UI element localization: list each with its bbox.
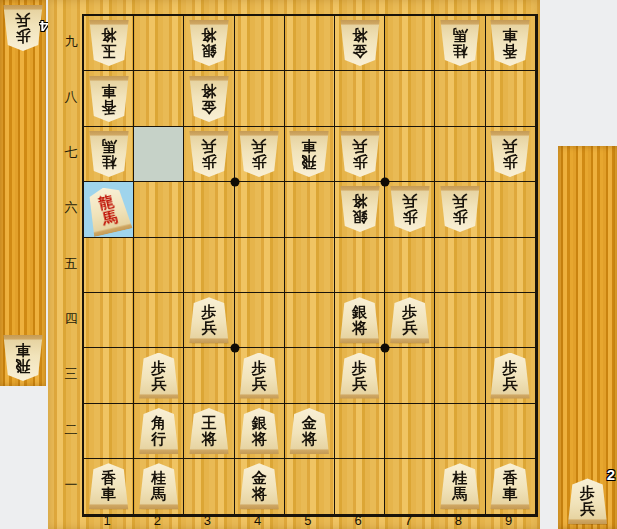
piece-kanji: 銀 bbox=[352, 304, 367, 320]
piece-silver-away[interactable]: 銀将 bbox=[189, 20, 229, 66]
rank-label: 六 bbox=[62, 180, 80, 235]
piece-pawn-away[interactable]: 歩兵 bbox=[490, 131, 530, 177]
piece-kanji: 兵 bbox=[580, 501, 595, 517]
piece-lance-away[interactable]: 香車 bbox=[490, 20, 530, 66]
square-5三[interactable] bbox=[285, 348, 335, 403]
stand-slot bbox=[558, 255, 617, 310]
stand-slot: 飛車 bbox=[0, 331, 46, 386]
piece-kanji: 歩 bbox=[352, 154, 367, 170]
piece-kanji: 兵 bbox=[201, 138, 216, 154]
piece-kanji: 車 bbox=[503, 486, 518, 502]
piece-kanji: 兵 bbox=[503, 376, 518, 392]
piece-gold-home[interactable]: 金将 bbox=[239, 463, 279, 509]
stand-slot: 歩兵4 bbox=[0, 0, 46, 55]
square-2六[interactable] bbox=[134, 182, 184, 237]
rank-label: 七 bbox=[62, 125, 80, 180]
piece-kanji: 歩 bbox=[503, 154, 518, 170]
piece-kanji: 金 bbox=[352, 43, 367, 59]
piece-kanji: 歩 bbox=[252, 360, 267, 376]
square-6五[interactable] bbox=[335, 238, 385, 293]
piece-knight-home[interactable]: 桂馬 bbox=[440, 463, 480, 509]
star-point bbox=[230, 178, 239, 187]
square-2七[interactable] bbox=[134, 127, 184, 182]
square-7三[interactable] bbox=[385, 348, 435, 403]
piece-kanji: 馬 bbox=[452, 486, 467, 502]
piece-gold-home[interactable]: 金将 bbox=[289, 408, 329, 454]
square-7六[interactable]: 歩兵 bbox=[385, 182, 435, 237]
piece-kanji: 将 bbox=[352, 27, 367, 43]
piece-kanji: 馬 bbox=[151, 486, 166, 502]
square-7九[interactable] bbox=[385, 16, 435, 71]
square-3七[interactable]: 歩兵 bbox=[184, 127, 234, 182]
piece-kanji: 歩 bbox=[201, 304, 216, 320]
piece-kanji: 兵 bbox=[452, 193, 467, 209]
piece-lance-home[interactable]: 香車 bbox=[89, 463, 129, 509]
square-4八[interactable] bbox=[235, 71, 285, 126]
square-6二[interactable] bbox=[335, 404, 385, 459]
square-3六[interactable] bbox=[184, 182, 234, 237]
piece-kanji: 歩 bbox=[252, 154, 267, 170]
square-7八[interactable] bbox=[385, 71, 435, 126]
piece-kanji: 兵 bbox=[201, 320, 216, 336]
square-1八[interactable]: 香車 bbox=[84, 71, 134, 126]
piece-kanji: 金 bbox=[252, 470, 267, 486]
square-3九[interactable]: 銀将 bbox=[184, 16, 234, 71]
stand-slot bbox=[558, 365, 617, 420]
piece-pawn-away[interactable]: 歩兵 bbox=[340, 131, 380, 177]
file-label: 1 bbox=[82, 513, 132, 529]
square-2五[interactable] bbox=[134, 238, 184, 293]
piece-kanji: 香 bbox=[101, 99, 116, 115]
piece-bishop-home[interactable]: 角行 bbox=[139, 408, 179, 454]
piece-kanji: 歩 bbox=[503, 360, 518, 376]
piece-kanji: 桂 bbox=[151, 470, 166, 486]
piece-pawn-away[interactable]: 歩兵 bbox=[3, 5, 43, 51]
square-8四[interactable] bbox=[435, 293, 485, 348]
square-8七[interactable] bbox=[435, 127, 485, 182]
piece-kanji: 車 bbox=[503, 27, 518, 43]
square-6八[interactable] bbox=[335, 71, 385, 126]
piece-pawn-home[interactable]: 歩兵 bbox=[568, 478, 608, 524]
piece-kanji: 車 bbox=[101, 83, 116, 99]
stand-slot bbox=[0, 165, 46, 220]
file-label: 8 bbox=[433, 513, 483, 529]
rank-label: 五 bbox=[62, 236, 80, 291]
square-5九[interactable] bbox=[285, 16, 335, 71]
piece-kanji: 兵 bbox=[352, 138, 367, 154]
piece-kanji: 王 bbox=[201, 415, 216, 431]
board-grid: 玉将銀将金将桂馬香車香車金将桂馬歩兵歩兵飛車歩兵歩兵龍馬銀将歩兵歩兵歩兵銀将歩兵… bbox=[82, 14, 538, 517]
piece-pawn-home[interactable]: 歩兵 bbox=[139, 353, 179, 399]
stand-slot bbox=[558, 310, 617, 365]
square-2三[interactable]: 歩兵 bbox=[134, 348, 184, 403]
square-4九[interactable] bbox=[235, 16, 285, 71]
piece-kanji: 金 bbox=[302, 415, 317, 431]
piece-kanji: 香 bbox=[503, 470, 518, 486]
piece-kanji: 兵 bbox=[16, 12, 31, 28]
piece-kanji: 銀 bbox=[201, 43, 216, 59]
stand-slot bbox=[558, 201, 617, 256]
piece-kanji: 将 bbox=[101, 27, 116, 43]
square-2一[interactable]: 桂馬 bbox=[134, 459, 184, 514]
square-2九[interactable] bbox=[134, 16, 184, 71]
square-7一[interactable] bbox=[385, 459, 435, 514]
star-point bbox=[381, 178, 390, 187]
square-3五[interactable] bbox=[184, 238, 234, 293]
shogi-board: 玉将銀将金将桂馬香車香車金将桂馬歩兵歩兵飛車歩兵歩兵龍馬銀将歩兵歩兵歩兵銀将歩兵… bbox=[48, 0, 540, 529]
piece-lance-home[interactable]: 香車 bbox=[490, 463, 530, 509]
file-label: 9 bbox=[484, 513, 534, 529]
square-1一[interactable]: 香車 bbox=[84, 459, 134, 514]
square-5七[interactable]: 飛車 bbox=[285, 127, 335, 182]
piece-pawn-home[interactable]: 歩兵 bbox=[490, 353, 530, 399]
hand-count: 4 bbox=[40, 18, 48, 35]
piece-kanji: 車 bbox=[101, 486, 116, 502]
square-4七[interactable]: 歩兵 bbox=[235, 127, 285, 182]
square-3一[interactable] bbox=[184, 459, 234, 514]
square-3八[interactable]: 金将 bbox=[184, 71, 234, 126]
stand-piece-wrap: 歩兵4 bbox=[0, 0, 46, 55]
piece-kanji: 将 bbox=[352, 193, 367, 209]
square-9二[interactable] bbox=[486, 404, 536, 459]
piece-kanji: 歩 bbox=[580, 485, 595, 501]
piece-king-away[interactable]: 玉将 bbox=[89, 20, 129, 66]
piece-pawn-away[interactable]: 歩兵 bbox=[440, 186, 480, 232]
piece-kanji: 将 bbox=[201, 27, 216, 43]
piece-pawn-home[interactable]: 歩兵 bbox=[340, 353, 380, 399]
piece-kanji: 将 bbox=[252, 431, 267, 447]
piece-kanji: 玉 bbox=[101, 43, 116, 59]
piece-rook-away[interactable]: 飛車 bbox=[3, 335, 43, 381]
square-4一[interactable]: 金将 bbox=[235, 459, 285, 514]
square-5八[interactable] bbox=[285, 71, 335, 126]
piece-kanji: 桂 bbox=[452, 470, 467, 486]
rank-label: 九 bbox=[62, 14, 80, 69]
square-2四[interactable] bbox=[134, 293, 184, 348]
star-point bbox=[381, 344, 390, 353]
piece-knight-away[interactable]: 桂馬 bbox=[89, 131, 129, 177]
piece-pawn-away[interactable]: 歩兵 bbox=[189, 131, 229, 177]
square-6九[interactable]: 金将 bbox=[335, 16, 385, 71]
piece-kanji: 兵 bbox=[503, 138, 518, 154]
square-5六[interactable] bbox=[285, 182, 335, 237]
stand-slot bbox=[0, 55, 46, 110]
square-7四[interactable]: 歩兵 bbox=[385, 293, 435, 348]
square-8一[interactable]: 桂馬 bbox=[435, 459, 485, 514]
piece-kanji: 車 bbox=[302, 138, 317, 154]
square-7五[interactable] bbox=[385, 238, 435, 293]
square-1四[interactable] bbox=[84, 293, 134, 348]
piece-kanji: 歩 bbox=[402, 209, 417, 225]
piece-kanji: 銀 bbox=[252, 415, 267, 431]
square-3二[interactable]: 王将 bbox=[184, 404, 234, 459]
square-5一[interactable] bbox=[285, 459, 335, 514]
square-8九[interactable]: 桂馬 bbox=[435, 16, 485, 71]
square-7二[interactable] bbox=[385, 404, 435, 459]
piece-kanji: 将 bbox=[252, 486, 267, 502]
square-8八[interactable] bbox=[435, 71, 485, 126]
piece-kanji: 将 bbox=[201, 83, 216, 99]
rank-label: 三 bbox=[62, 346, 80, 401]
piece-silver-away[interactable]: 銀将 bbox=[340, 186, 380, 232]
square-9三[interactable]: 歩兵 bbox=[486, 348, 536, 403]
piece-kanji: 将 bbox=[352, 320, 367, 336]
piece-gold-away[interactable]: 金将 bbox=[340, 20, 380, 66]
piece-kanji: 馬 bbox=[452, 27, 467, 43]
rank-label: 八 bbox=[62, 69, 80, 124]
square-9四[interactable] bbox=[486, 293, 536, 348]
square-4二[interactable]: 銀将 bbox=[235, 404, 285, 459]
stand-slot bbox=[558, 146, 617, 201]
square-8二[interactable] bbox=[435, 404, 485, 459]
rank-label: 二 bbox=[62, 402, 80, 457]
piece-knight-away[interactable]: 桂馬 bbox=[440, 20, 480, 66]
star-point bbox=[230, 344, 239, 353]
piece-lance-away[interactable]: 香車 bbox=[89, 76, 129, 122]
square-4五[interactable] bbox=[235, 238, 285, 293]
piece-kanji: 桂 bbox=[452, 43, 467, 59]
piece-kanji: 香 bbox=[503, 43, 518, 59]
piece-pawn-away[interactable]: 歩兵 bbox=[239, 131, 279, 177]
piece-kanji: 兵 bbox=[252, 376, 267, 392]
square-6七[interactable]: 歩兵 bbox=[335, 127, 385, 182]
square-2二[interactable]: 角行 bbox=[134, 404, 184, 459]
piece-kanji: 馬 bbox=[101, 209, 119, 228]
square-2八[interactable] bbox=[134, 71, 184, 126]
square-1二[interactable] bbox=[84, 404, 134, 459]
piece-king-home[interactable]: 王将 bbox=[189, 408, 229, 454]
square-9九[interactable]: 香車 bbox=[486, 16, 536, 71]
square-8六[interactable]: 歩兵 bbox=[435, 182, 485, 237]
square-8三[interactable] bbox=[435, 348, 485, 403]
piece-kanji: 飛 bbox=[16, 358, 31, 374]
square-7七[interactable] bbox=[385, 127, 435, 182]
square-5二[interactable]: 金将 bbox=[285, 404, 335, 459]
piece-kanji: 飛 bbox=[302, 154, 317, 170]
piece-kanji: 兵 bbox=[151, 376, 166, 392]
square-4三[interactable]: 歩兵 bbox=[235, 348, 285, 403]
stand-slot bbox=[0, 110, 46, 165]
square-3四[interactable]: 歩兵 bbox=[184, 293, 234, 348]
hand-count: 2 bbox=[607, 466, 615, 483]
piece-kanji: 歩 bbox=[151, 360, 166, 376]
square-6六[interactable]: 銀将 bbox=[335, 182, 385, 237]
piece-kanji: 角 bbox=[151, 415, 166, 431]
piece-pawn-home[interactable]: 歩兵 bbox=[390, 297, 430, 343]
home-piece-stand: 歩兵2 bbox=[558, 146, 617, 529]
square-1六[interactable]: 龍馬 bbox=[84, 182, 134, 237]
piece-kanji: 将 bbox=[201, 431, 216, 447]
piece-kanji: 兵 bbox=[352, 376, 367, 392]
piece-kanji: 歩 bbox=[452, 209, 467, 225]
piece-gold-away[interactable]: 金将 bbox=[189, 76, 229, 122]
square-8五[interactable] bbox=[435, 238, 485, 293]
away-piece-stand: 歩兵4飛車 bbox=[0, 0, 46, 386]
square-9六[interactable] bbox=[486, 182, 536, 237]
piece-kanji: 将 bbox=[302, 431, 317, 447]
square-6三[interactable]: 歩兵 bbox=[335, 348, 385, 403]
piece-kanji: 兵 bbox=[402, 320, 417, 336]
piece-kanji: 行 bbox=[151, 431, 166, 447]
piece-kanji: 歩 bbox=[201, 154, 216, 170]
shogi-app: 歩兵4飛車 玉将銀将金将桂馬香車香車金将桂馬歩兵歩兵飛車歩兵歩兵龍馬銀将歩兵歩兵… bbox=[0, 0, 617, 529]
stand-slot bbox=[0, 275, 46, 330]
square-5五[interactable] bbox=[285, 238, 335, 293]
square-9七[interactable]: 歩兵 bbox=[486, 127, 536, 182]
piece-kanji: 歩 bbox=[402, 304, 417, 320]
piece-kanji: 桂 bbox=[101, 154, 116, 170]
square-1三[interactable] bbox=[84, 348, 134, 403]
piece-kanji: 兵 bbox=[402, 193, 417, 209]
piece-kanji: 兵 bbox=[252, 138, 267, 154]
rank-label: 一 bbox=[62, 457, 80, 512]
piece-pawn-home[interactable]: 歩兵 bbox=[189, 297, 229, 343]
square-1九[interactable]: 玉将 bbox=[84, 16, 134, 71]
piece-kanji: 歩 bbox=[352, 360, 367, 376]
stand-piece-wrap: 飛車 bbox=[0, 331, 46, 386]
rank-label: 四 bbox=[62, 291, 80, 346]
piece-kanji: 金 bbox=[201, 99, 216, 115]
file-label: 6 bbox=[333, 513, 383, 529]
file-label: 4 bbox=[233, 513, 283, 529]
square-9一[interactable]: 香車 bbox=[486, 459, 536, 514]
square-4四[interactable] bbox=[235, 293, 285, 348]
file-label: 2 bbox=[132, 513, 182, 529]
piece-kanji: 香 bbox=[101, 470, 116, 486]
piece-knight-home[interactable]: 桂馬 bbox=[139, 463, 179, 509]
stand-slot: 歩兵2 bbox=[558, 474, 617, 529]
piece-silver-home[interactable]: 銀将 bbox=[340, 297, 380, 343]
square-9八[interactable] bbox=[486, 71, 536, 126]
square-5四[interactable] bbox=[285, 293, 335, 348]
square-3三[interactable] bbox=[184, 348, 234, 403]
piece-rook-away[interactable]: 飛車 bbox=[289, 131, 329, 177]
square-1五[interactable] bbox=[84, 238, 134, 293]
piece-kanji: 歩 bbox=[16, 28, 31, 44]
square-9五[interactable] bbox=[486, 238, 536, 293]
square-6一[interactable] bbox=[335, 459, 385, 514]
piece-kanji: 馬 bbox=[101, 138, 116, 154]
square-1七[interactable]: 桂馬 bbox=[84, 127, 134, 182]
piece-kanji: 銀 bbox=[352, 209, 367, 225]
stand-slot bbox=[0, 220, 46, 275]
piece-pawn-home[interactable]: 歩兵 bbox=[239, 353, 279, 399]
square-6四[interactable]: 銀将 bbox=[335, 293, 385, 348]
file-label: 7 bbox=[383, 513, 433, 529]
file-label: 5 bbox=[283, 513, 333, 529]
piece-pawn-away[interactable]: 歩兵 bbox=[390, 186, 430, 232]
piece-promoted-bishop-home[interactable]: 龍馬 bbox=[83, 184, 132, 238]
piece-kanji: 車 bbox=[16, 342, 31, 358]
stand-piece-wrap: 歩兵2 bbox=[558, 474, 617, 529]
piece-silver-home[interactable]: 銀将 bbox=[239, 408, 279, 454]
file-label: 3 bbox=[182, 513, 232, 529]
square-4六[interactable] bbox=[235, 182, 285, 237]
